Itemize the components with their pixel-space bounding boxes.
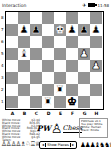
square-d3[interactable] [42,72,54,84]
square-g7[interactable]: ♟ [78,24,90,36]
square-a6[interactable] [6,36,18,48]
show-pieces-button[interactable]: ◂ Show Pieces ▸ [39,141,77,149]
square-f3[interactable] [66,72,78,84]
captured-black-pieces-tray: ♟♟♟♝♞♞♛ [80,142,110,149]
square-h7[interactable]: ♟ [90,24,102,36]
app-logo: PW ♙ Chess [41,118,78,139]
square-d2[interactable] [42,84,54,96]
chess-board-frame: ♟♟♚♟♟♟♝♟♟♜♜♚ [5,11,104,110]
file-label-a: A [7,111,19,117]
black-pawn[interactable]: ♟ [67,24,76,35]
square-a4[interactable] [6,60,18,72]
square-e3[interactable] [54,72,66,84]
black-pawn[interactable]: ♟ [19,24,28,35]
status-bar-indicators: ✈ 11:58 [82,3,109,8]
square-g1[interactable] [78,96,90,108]
square-a2[interactable] [6,84,18,96]
square-f5[interactable] [66,48,78,60]
square-b6[interactable] [18,36,30,48]
square-g4[interactable] [78,60,90,72]
square-h1[interactable] [90,96,102,108]
battery-icon [88,3,95,7]
file-label-c: C [31,111,43,117]
square-e1[interactable] [54,96,66,108]
status-bar-time: 11:58 [97,3,109,8]
square-b2[interactable] [18,84,30,96]
airplane-mode-icon: ✈ [82,3,86,8]
square-e5[interactable] [54,48,66,60]
square-f8[interactable] [66,12,78,24]
square-c4[interactable] [30,60,42,72]
chess-board[interactable]: ♟♟♚♟♟♟♝♟♟♜♜♚ [6,12,103,108]
square-a5[interactable] [6,48,18,60]
chess-app-screen: Interaction ✈ 11:58 87654321 ♟♟♚♟♟♟♝♟♟♜♜… [0,0,111,150]
square-e4[interactable] [54,60,66,72]
black-pawn[interactable]: ♟ [79,24,88,35]
black-pawn[interactable]: ♟ [31,24,40,35]
square-c1[interactable] [30,96,42,108]
square-e8[interactable] [54,12,66,24]
square-c8[interactable] [30,12,42,24]
square-e7[interactable]: ♚ [54,24,66,36]
square-f2[interactable] [66,84,78,96]
white-pawn[interactable]: ♟ [79,48,88,59]
black-rook[interactable]: ♜ [43,96,52,107]
show-pieces-label: Show Pieces [47,143,69,147]
white-king[interactable]: ♚ [67,96,76,107]
square-c3[interactable] [30,72,42,84]
file-label-d: D [43,111,55,117]
black-pawn[interactable]: ♟ [91,24,100,35]
move-list: White move:g2-g4Black move:Bc6-b5White m… [2,119,40,138]
logo-prefix: PW [37,124,51,133]
square-h2[interactable] [90,84,102,96]
square-a3[interactable] [6,72,18,84]
square-f1[interactable]: ♚ [66,96,78,108]
square-c7[interactable]: ♟ [30,24,42,36]
black-bishop[interactable]: ♝ [19,48,28,59]
black-king[interactable]: ♚ [55,24,64,35]
status-bar: Interaction ✈ 11:58 [0,0,111,10]
move-notation: g4-g5 [31,136,40,139]
file-label-b: B [19,111,31,117]
left-arrow-icon[interactable]: ◂ [41,143,46,147]
square-h8[interactable] [90,12,102,24]
square-f7[interactable]: ♟ [66,24,78,36]
square-f4[interactable] [66,60,78,72]
square-d8[interactable] [42,12,54,24]
right-arrow-icon[interactable]: ▸ [70,143,75,147]
rank-label-4: 4 [1,60,5,72]
file-labels: ABCDEFGH [7,111,103,117]
square-h5[interactable] [90,48,102,60]
square-a8[interactable] [6,12,18,24]
square-b1[interactable] [18,96,30,108]
square-e6[interactable] [54,36,66,48]
square-d7[interactable] [42,24,54,36]
rank-label-3: 3 [1,72,5,84]
square-a7[interactable] [6,24,18,36]
square-h3[interactable] [90,72,102,84]
square-g8[interactable] [78,12,90,24]
square-d6[interactable] [42,36,54,48]
square-c2[interactable] [30,84,42,96]
rank-labels: 87654321 [1,12,5,108]
captured-white-pieces-tray: ♙♙♙♙♗♘♖♕ [1,141,38,148]
rank-label-2: 2 [1,84,5,96]
square-b7[interactable]: ♟ [18,24,30,36]
square-g6[interactable] [78,36,90,48]
square-e2[interactable]: ♜ [54,84,66,96]
file-label-e: E [55,111,67,117]
logo-pawn-icon: ♙ [51,122,63,135]
square-h4[interactable]: ♟ [90,60,102,72]
square-b4[interactable] [18,60,30,72]
status-bar-title: Interaction [2,3,26,8]
square-g2[interactable] [78,84,90,96]
file-label-f: F [67,111,79,117]
square-g5[interactable]: ♟ [78,48,90,60]
file-label-g: G [79,111,91,117]
rank-label-5: 5 [1,48,5,60]
info-line: Black: Kindle [81,129,106,132]
square-d1[interactable]: ♜ [42,96,54,108]
square-h6[interactable] [90,36,102,48]
white-pawn[interactable]: ♟ [91,60,100,71]
black-rook[interactable]: ♜ [55,84,64,95]
square-d5[interactable] [42,48,54,60]
square-b8[interactable] [18,12,30,24]
rank-label-1: 1 [1,96,5,108]
square-g3[interactable] [78,72,90,84]
file-label-h: H [91,111,103,117]
square-b3[interactable] [18,72,30,84]
square-a1[interactable] [6,96,18,108]
game-info-panel: PWChess v0.1 You play: White White: Huma… [79,118,108,138]
square-c5[interactable] [30,48,42,60]
square-c6[interactable] [30,36,42,48]
square-b5[interactable]: ♝ [18,48,30,60]
rank-label-7: 7 [1,24,5,36]
square-d4[interactable] [42,60,54,72]
rank-label-6: 6 [1,36,5,48]
square-f6[interactable] [66,36,78,48]
rank-label-8: 8 [1,12,5,24]
